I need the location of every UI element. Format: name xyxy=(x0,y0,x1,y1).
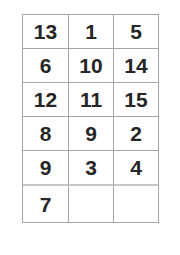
grid-cell-r3c1: 9 xyxy=(69,117,114,151)
grid-cell-r4c0: 9 xyxy=(23,151,69,186)
grid-cell-r5c2 xyxy=(114,186,159,223)
grid-cell-r1c0: 6 xyxy=(23,49,69,83)
grid-cell-r0c0: 13 xyxy=(23,15,69,49)
grid-cell-r4c1: 3 xyxy=(69,151,114,186)
grid-cell-r3c0: 8 xyxy=(23,117,69,151)
grid-cell-r1c1: 10 xyxy=(69,49,114,83)
grid-cell-r4c2: 4 xyxy=(114,151,159,186)
number-card-grid: 13 1 5 6 10 14 12 11 15 8 9 2 9 3 4 7 xyxy=(22,14,159,223)
grid-cell-r2c2: 15 xyxy=(114,83,159,117)
grid-cell-r2c0: 12 xyxy=(23,83,69,117)
grid-cell-r3c2: 2 xyxy=(114,117,159,151)
grid-cell-r1c2: 14 xyxy=(114,49,159,83)
grid-cell-r5c0: 7 xyxy=(23,186,69,223)
grid-cell-r2c1: 11 xyxy=(69,83,114,117)
grid-cell-r0c2: 5 xyxy=(114,15,159,49)
grid-cell-r0c1: 1 xyxy=(69,15,114,49)
grid-cell-r5c1 xyxy=(69,186,114,223)
